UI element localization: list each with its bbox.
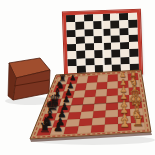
- chess-set-photo: ♜♞♝♛♚♝♞♜♟♟♟♟♟♟♟♟♟♟♟♟♟♟♟♟♜♞♝♛♚♝♞♜: [0, 0, 155, 155]
- piece-white-pawn: ♟: [120, 118, 130, 129]
- pieces-layer: ♜♞♝♛♚♝♞♜♟♟♟♟♟♟♟♟♟♟♟♟♟♟♟♟♜♞♝♛♚♝♞♜: [0, 0, 155, 155]
- piece-white-rook: ♜: [132, 116, 144, 129]
- piece-black-pawn: ♟: [53, 122, 63, 133]
- piece-black-rook: ♜: [39, 122, 51, 135]
